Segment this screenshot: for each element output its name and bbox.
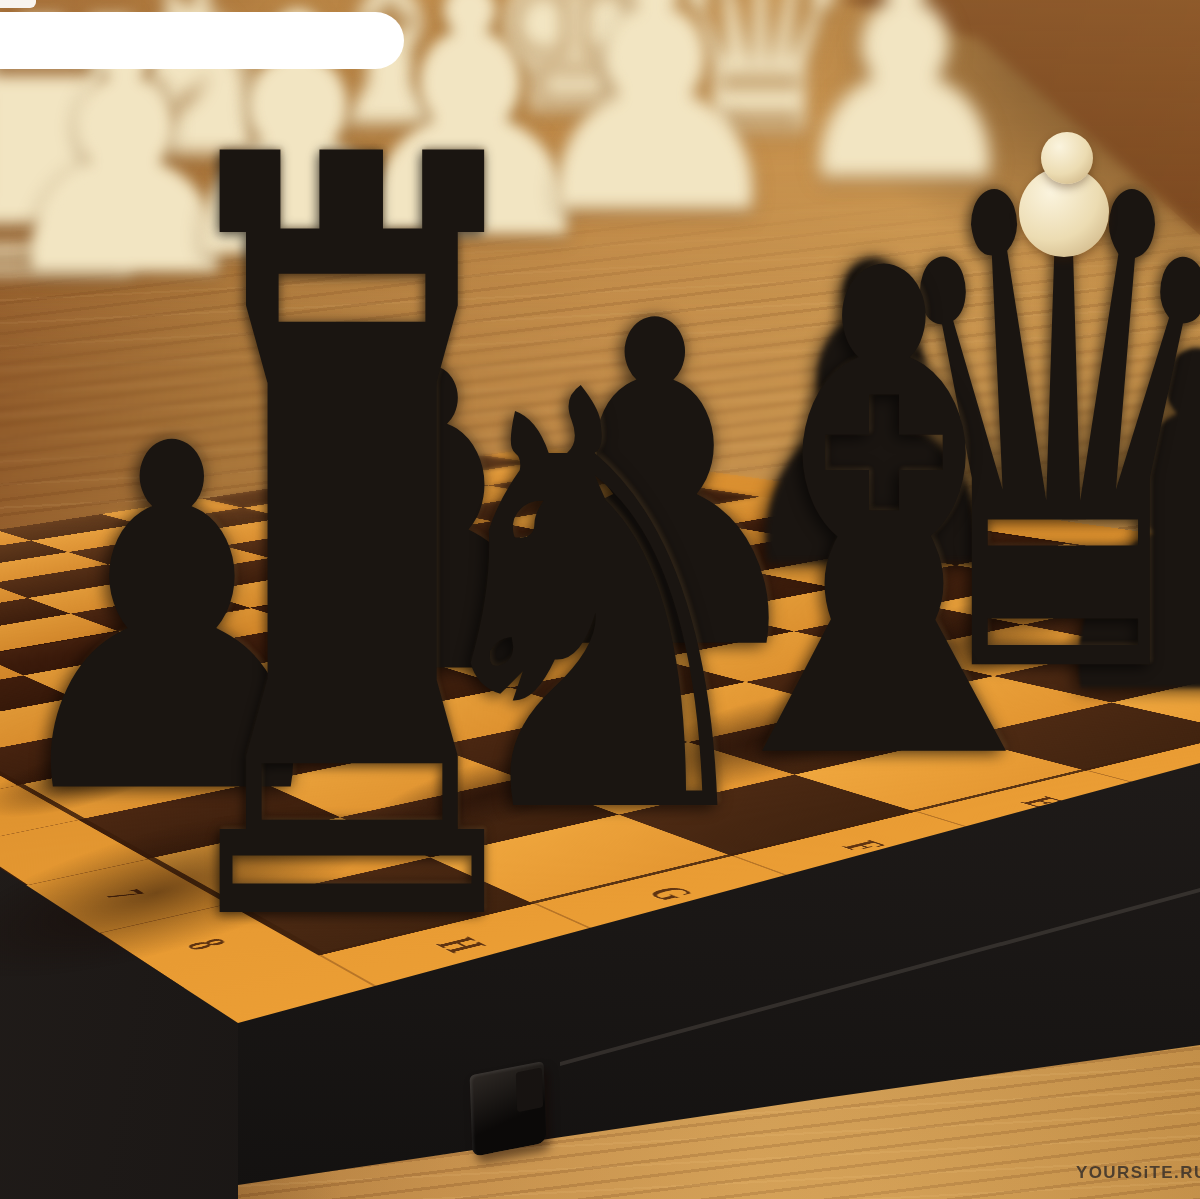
file-label-h: H xyxy=(424,933,500,956)
white-banner xyxy=(0,12,404,69)
rank-label-8: 8 xyxy=(173,934,240,953)
white-banner-sliver xyxy=(0,0,36,8)
board-latch-step xyxy=(516,1067,543,1112)
chess-photo-scene: 78HGFE YOURSiTE.RU ♜♞♝♚♛♟♟♟♟♟♟♟♛♝♟♟♞♟♜ xyxy=(0,0,1200,1199)
watermark: YOURSiTE.RU xyxy=(1076,1163,1200,1183)
rank-label-7: 7 xyxy=(94,886,157,903)
board-latch xyxy=(470,1061,547,1157)
